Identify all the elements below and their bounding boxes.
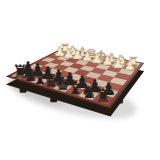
hinge-tab-1 xyxy=(20,88,27,93)
white-piece-p[interactable]: ♟ xyxy=(124,57,136,73)
chess-board-scene: ♜♞♟♝♟♛♟♚♟♝♟♞♟♜♟♟♟♟♜♟♞♟♝♟♛♟♚♟♝♟♞♜ xyxy=(0,0,160,160)
hinge-tab-2 xyxy=(50,97,57,102)
black-piece-r[interactable]: ♜ xyxy=(95,85,111,106)
chess-set-product-photo: ♜♞♟♝♟♛♟♚♟♝♟♞♟♜♟♟♟♟♜♟♞♟♝♟♛♟♚♟♝♟♞♜ xyxy=(0,0,160,160)
white-piece-p[interactable]: ♟ xyxy=(112,55,124,71)
